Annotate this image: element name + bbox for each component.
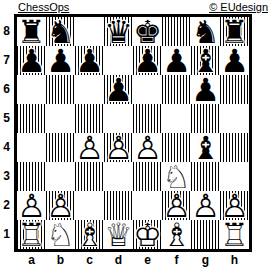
square-e8: ♚ xyxy=(133,17,162,46)
square-h8: ♜ xyxy=(220,17,249,46)
square-d4: ♟♙ xyxy=(104,133,133,162)
square-c5 xyxy=(75,104,104,133)
chessops-site-link[interactable]: ChessOps xyxy=(18,1,69,13)
square-a1: ♜♖ xyxy=(17,220,46,249)
square-a2: ♟♙ xyxy=(17,191,46,220)
square-d7 xyxy=(104,46,133,75)
file-label-a: a xyxy=(17,253,46,267)
square-e6 xyxy=(133,75,162,104)
piece-white-bishop-icon: ♝♗ xyxy=(75,220,104,249)
square-f8 xyxy=(162,17,191,46)
square-b5 xyxy=(46,104,75,133)
square-c6 xyxy=(75,75,104,104)
square-e7: ♟ xyxy=(133,46,162,75)
piece-black-rook-icon: ♜ xyxy=(220,17,249,46)
piece-white-pawn-icon: ♟♙ xyxy=(46,191,75,220)
piece-black-pawn-icon: ♟ xyxy=(133,46,162,75)
square-a6 xyxy=(17,75,46,104)
square-b1: ♞♘ xyxy=(46,220,75,249)
square-b4 xyxy=(46,133,75,162)
piece-white-pawn-icon: ♟♙ xyxy=(17,191,46,220)
square-h3 xyxy=(220,162,249,191)
piece-white-bishop-icon: ♝♗ xyxy=(162,220,191,249)
piece-black-pawn-icon: ♟ xyxy=(220,46,249,75)
square-h1: ♜♖ xyxy=(220,220,249,249)
file-label-c: c xyxy=(75,253,104,267)
square-e1: ♚♔ xyxy=(133,220,162,249)
rank-label-8: 8 xyxy=(0,17,13,46)
rank-label-1: 1 xyxy=(0,220,13,249)
piece-white-king-icon: ♚♔ xyxy=(133,220,162,249)
square-b6 xyxy=(46,75,75,104)
square-a7: ♟ xyxy=(17,46,46,75)
square-e3 xyxy=(133,162,162,191)
piece-white-queen-icon: ♛♕ xyxy=(104,220,133,249)
piece-white-pawn-icon: ♟♙ xyxy=(162,191,191,220)
square-g4: ♝ xyxy=(191,133,220,162)
rank-labels: 87654321 xyxy=(0,17,13,249)
piece-black-pawn-icon: ♟ xyxy=(191,75,220,104)
square-d1: ♛♕ xyxy=(104,220,133,249)
square-f2: ♟♙ xyxy=(162,191,191,220)
piece-black-pawn-icon: ♟ xyxy=(104,75,133,104)
piece-black-pawn-icon: ♟ xyxy=(162,46,191,75)
square-g3 xyxy=(191,162,220,191)
square-a3 xyxy=(17,162,46,191)
square-b8: ♞ xyxy=(46,17,75,46)
square-h2: ♟♙ xyxy=(220,191,249,220)
square-d2 xyxy=(104,191,133,220)
square-c8 xyxy=(75,17,104,46)
piece-white-knight-icon: ♞♘ xyxy=(162,162,191,191)
piece-black-knight-icon: ♞ xyxy=(191,17,220,46)
square-e2 xyxy=(133,191,162,220)
chess-board: ♜♞♛♚♞♜♟♟♟♟♟♝♟♟♟♟♙♟♙♟♙♝♞♘♟♙♟♙♟♙♟♙♟♙♜♖♞♘♝♗… xyxy=(14,14,252,252)
square-d6: ♟ xyxy=(104,75,133,104)
square-a4 xyxy=(17,133,46,162)
square-c7: ♟ xyxy=(75,46,104,75)
square-c4: ♟♙ xyxy=(75,133,104,162)
square-g1 xyxy=(191,220,220,249)
square-e5 xyxy=(133,104,162,133)
file-label-d: d xyxy=(104,253,133,267)
square-a5 xyxy=(17,104,46,133)
rank-label-6: 6 xyxy=(0,75,13,104)
square-f3: ♞♘ xyxy=(162,162,191,191)
rank-label-7: 7 xyxy=(0,46,13,75)
square-c2 xyxy=(75,191,104,220)
piece-black-king-icon: ♚ xyxy=(133,17,162,46)
eudesign-credit-link[interactable]: © EUdesign xyxy=(209,1,268,13)
square-d8: ♛ xyxy=(104,17,133,46)
piece-black-rook-icon: ♜ xyxy=(17,17,46,46)
piece-black-queen-icon: ♛ xyxy=(104,17,133,46)
square-f7: ♟ xyxy=(162,46,191,75)
piece-black-knight-icon: ♞ xyxy=(46,17,75,46)
file-label-f: f xyxy=(162,253,191,267)
square-h4 xyxy=(220,133,249,162)
square-h6 xyxy=(220,75,249,104)
square-g8: ♞ xyxy=(191,17,220,46)
chess-diagram-page: ChessOps © EUdesign 87654321 ♜♞♛♚♞♜♟♟♟♟♟… xyxy=(0,0,270,270)
piece-black-pawn-icon: ♟ xyxy=(75,46,104,75)
rank-label-2: 2 xyxy=(0,191,13,220)
square-f5 xyxy=(162,104,191,133)
file-label-h: h xyxy=(220,253,249,267)
rank-label-5: 5 xyxy=(0,104,13,133)
square-d3 xyxy=(104,162,133,191)
piece-white-pawn-icon: ♟♙ xyxy=(133,133,162,162)
square-f6 xyxy=(162,75,191,104)
piece-white-pawn-icon: ♟♙ xyxy=(191,191,220,220)
square-g7: ♝ xyxy=(191,46,220,75)
square-e4: ♟♙ xyxy=(133,133,162,162)
piece-white-pawn-icon: ♟♙ xyxy=(75,133,104,162)
piece-black-pawn-icon: ♟ xyxy=(17,46,46,75)
piece-black-pawn-icon: ♟ xyxy=(46,46,75,75)
square-c3 xyxy=(75,162,104,191)
square-h5 xyxy=(220,104,249,133)
square-a8: ♜ xyxy=(17,17,46,46)
square-h7: ♟ xyxy=(220,46,249,75)
square-g6: ♟ xyxy=(191,75,220,104)
file-label-b: b xyxy=(46,253,75,267)
rank-label-3: 3 xyxy=(0,162,13,191)
square-g5 xyxy=(191,104,220,133)
square-f1: ♝♗ xyxy=(162,220,191,249)
square-b7: ♟ xyxy=(46,46,75,75)
piece-white-pawn-icon: ♟♙ xyxy=(104,133,133,162)
square-c1: ♝♗ xyxy=(75,220,104,249)
rank-label-4: 4 xyxy=(0,133,13,162)
square-b2: ♟♙ xyxy=(46,191,75,220)
piece-black-bishop-icon: ♝ xyxy=(191,133,220,162)
piece-white-knight-icon: ♞♘ xyxy=(46,220,75,249)
square-f4 xyxy=(162,133,191,162)
square-d5 xyxy=(104,104,133,133)
file-label-g: g xyxy=(191,253,220,267)
square-g2: ♟♙ xyxy=(191,191,220,220)
piece-black-bishop-icon: ♝ xyxy=(191,46,220,75)
piece-white-pawn-icon: ♟♙ xyxy=(220,191,249,220)
piece-white-rook-icon: ♜♖ xyxy=(220,220,249,249)
file-label-e: e xyxy=(133,253,162,267)
file-labels: abcdefgh xyxy=(17,253,249,267)
piece-white-rook-icon: ♜♖ xyxy=(17,220,46,249)
square-b3 xyxy=(46,162,75,191)
